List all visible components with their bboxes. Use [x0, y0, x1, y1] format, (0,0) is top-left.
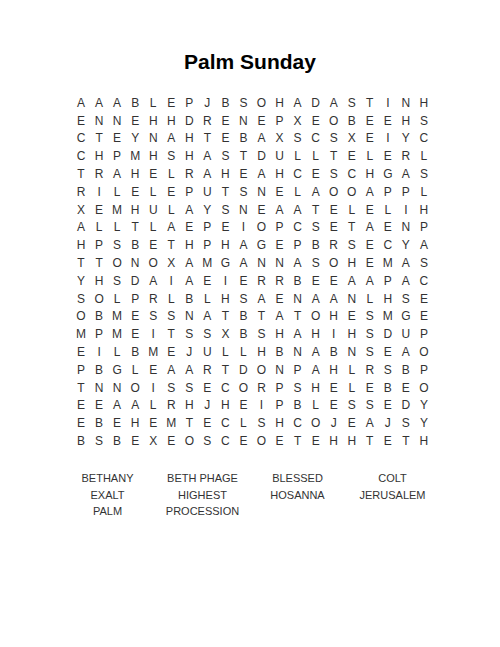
grid-cell-r2-c1[interactable]: E: [72, 112, 90, 130]
grid-cell-r8-c20[interactable]: P: [415, 219, 433, 237]
grid-cell-r14-c12[interactable]: H: [271, 325, 289, 343]
grid-cell-r14-c2[interactable]: P: [90, 325, 108, 343]
grid-cell-r4-c19[interactable]: R: [397, 147, 415, 165]
grid-cell-r12-c11[interactable]: A: [252, 290, 270, 308]
grid-cell-r3-c17[interactable]: E: [361, 130, 379, 148]
grid-cell-r19-c8[interactable]: E: [198, 414, 216, 432]
grid-cell-r4-c14[interactable]: L: [307, 147, 325, 165]
grid-cell-r7-c5[interactable]: U: [144, 201, 162, 219]
grid-cell-r7-c3[interactable]: M: [108, 201, 126, 219]
grid-cell-r6-c13[interactable]: L: [289, 183, 307, 201]
grid-cell-r12-c14[interactable]: A: [307, 290, 325, 308]
grid-cell-r8-c11[interactable]: O: [252, 219, 270, 237]
grid-cell-r19-c16[interactable]: E: [343, 414, 361, 432]
grid-cell-r8-c9[interactable]: E: [216, 219, 234, 237]
grid-cell-r19-c20[interactable]: Y: [415, 414, 433, 432]
grid-cell-r16-c16[interactable]: L: [343, 361, 361, 379]
grid-cell-r16-c14[interactable]: A: [307, 361, 325, 379]
grid-cell-r16-c5[interactable]: E: [144, 361, 162, 379]
grid-cell-r12-c8[interactable]: L: [198, 290, 216, 308]
grid-cell-r4-c15[interactable]: T: [325, 147, 343, 165]
grid-cell-r20-c7[interactable]: O: [180, 432, 198, 450]
grid-cell-r3-c18[interactable]: I: [379, 130, 397, 148]
grid-cell-r10-c14[interactable]: S: [307, 254, 325, 272]
grid-cell-r18-c7[interactable]: H: [180, 397, 198, 415]
grid-cell-r1-c3[interactable]: A: [108, 94, 126, 112]
grid-cell-r17-c5[interactable]: I: [144, 379, 162, 397]
grid-cell-r9-c14[interactable]: B: [307, 236, 325, 254]
grid-cell-r20-c16[interactable]: H: [343, 432, 361, 450]
grid-cell-r5-c16[interactable]: C: [343, 165, 361, 183]
grid-cell-r13-c19[interactable]: G: [397, 308, 415, 326]
grid-cell-r17-c7[interactable]: S: [180, 379, 198, 397]
grid-cell-r15-c3[interactable]: L: [108, 343, 126, 361]
grid-cell-r5-c15[interactable]: S: [325, 165, 343, 183]
grid-cell-r17-c8[interactable]: E: [198, 379, 216, 397]
grid-cell-r15-c1[interactable]: E: [72, 343, 90, 361]
grid-cell-r10-c9[interactable]: G: [216, 254, 234, 272]
grid-cell-r13-c11[interactable]: T: [252, 308, 270, 326]
grid-cell-r20-c18[interactable]: E: [379, 432, 397, 450]
grid-cell-r13-c9[interactable]: T: [216, 308, 234, 326]
grid-cell-r13-c14[interactable]: O: [307, 308, 325, 326]
grid-cell-r6-c12[interactable]: E: [271, 183, 289, 201]
grid-cell-r14-c4[interactable]: E: [126, 325, 144, 343]
grid-cell-r4-c11[interactable]: D: [252, 147, 270, 165]
grid-cell-r20-c2[interactable]: S: [90, 432, 108, 450]
grid-cell-r9-c12[interactable]: E: [271, 236, 289, 254]
grid-cell-r16-c7[interactable]: A: [180, 361, 198, 379]
grid-cell-r9-c9[interactable]: H: [216, 236, 234, 254]
grid-cell-r17-c18[interactable]: B: [379, 379, 397, 397]
grid-cell-r7-c20[interactable]: H: [415, 201, 433, 219]
grid-cell-r17-c10[interactable]: O: [234, 379, 252, 397]
grid-cell-r18-c19[interactable]: D: [397, 397, 415, 415]
grid-cell-r7-c19[interactable]: I: [397, 201, 415, 219]
grid-cell-r16-c1[interactable]: P: [72, 361, 90, 379]
grid-cell-r11-c4[interactable]: D: [126, 272, 144, 290]
grid-cell-r15-c8[interactable]: U: [198, 343, 216, 361]
grid-cell-r17-c6[interactable]: S: [162, 379, 180, 397]
grid-cell-r1-c2[interactable]: A: [90, 94, 108, 112]
grid-cell-r14-c20[interactable]: P: [415, 325, 433, 343]
grid-cell-r16-c4[interactable]: L: [126, 361, 144, 379]
grid-cell-r20-c13[interactable]: T: [289, 432, 307, 450]
grid-cell-r1-c4[interactable]: B: [126, 94, 144, 112]
grid-cell-r20-c20[interactable]: H: [415, 432, 433, 450]
grid-cell-r11-c20[interactable]: C: [415, 272, 433, 290]
grid-cell-r14-c16[interactable]: H: [343, 325, 361, 343]
grid-cell-r18-c9[interactable]: H: [216, 397, 234, 415]
grid-cell-r15-c14[interactable]: A: [307, 343, 325, 361]
grid-cell-r19-c14[interactable]: O: [307, 414, 325, 432]
grid-cell-r16-c12[interactable]: N: [271, 361, 289, 379]
grid-cell-r20-c15[interactable]: H: [325, 432, 343, 450]
grid-cell-r13-c15[interactable]: H: [325, 308, 343, 326]
grid-cell-r16-c6[interactable]: A: [162, 361, 180, 379]
grid-cell-r1-c20[interactable]: H: [415, 94, 433, 112]
grid-cell-r14-c1[interactable]: M: [72, 325, 90, 343]
grid-cell-r10-c17[interactable]: E: [361, 254, 379, 272]
grid-cell-r2-c2[interactable]: N: [90, 112, 108, 130]
grid-cell-r16-c9[interactable]: T: [216, 361, 234, 379]
grid-cell-r9-c20[interactable]: A: [415, 236, 433, 254]
grid-cell-r6-c11[interactable]: N: [252, 183, 270, 201]
grid-cell-r4-c8[interactable]: A: [198, 147, 216, 165]
grid-cell-r1-c13[interactable]: A: [289, 94, 307, 112]
grid-cell-r4-c18[interactable]: E: [379, 147, 397, 165]
grid-cell-r18-c20[interactable]: Y: [415, 397, 433, 415]
grid-cell-r16-c2[interactable]: B: [90, 361, 108, 379]
grid-cell-r4-c10[interactable]: T: [234, 147, 252, 165]
grid-cell-r13-c13[interactable]: T: [289, 308, 307, 326]
grid-cell-r3-c1[interactable]: C: [72, 130, 90, 148]
grid-cell-r3-c14[interactable]: C: [307, 130, 325, 148]
grid-cell-r5-c6[interactable]: L: [162, 165, 180, 183]
grid-cell-r12-c13[interactable]: N: [289, 290, 307, 308]
grid-cell-r1-c8[interactable]: J: [198, 94, 216, 112]
grid-cell-r19-c17[interactable]: A: [361, 414, 379, 432]
grid-cell-r8-c5[interactable]: L: [144, 219, 162, 237]
grid-cell-r10-c19[interactable]: A: [397, 254, 415, 272]
grid-cell-r11-c1[interactable]: Y: [72, 272, 90, 290]
grid-cell-r10-c6[interactable]: X: [162, 254, 180, 272]
grid-cell-r11-c9[interactable]: I: [216, 272, 234, 290]
grid-cell-r18-c14[interactable]: L: [307, 397, 325, 415]
grid-cell-r3-c11[interactable]: A: [252, 130, 270, 148]
grid-cell-r10-c4[interactable]: N: [126, 254, 144, 272]
grid-cell-r15-c12[interactable]: B: [271, 343, 289, 361]
grid-cell-r13-c3[interactable]: M: [108, 308, 126, 326]
grid-cell-r8-c10[interactable]: I: [234, 219, 252, 237]
grid-cell-r4-c3[interactable]: P: [108, 147, 126, 165]
grid-cell-r8-c6[interactable]: A: [162, 219, 180, 237]
grid-cell-r9-c10[interactable]: A: [234, 236, 252, 254]
grid-cell-r20-c8[interactable]: S: [198, 432, 216, 450]
grid-cell-r16-c3[interactable]: G: [108, 361, 126, 379]
grid-cell-r19-c15[interactable]: J: [325, 414, 343, 432]
grid-cell-r19-c13[interactable]: C: [289, 414, 307, 432]
grid-cell-r1-c5[interactable]: L: [144, 94, 162, 112]
grid-cell-r18-c5[interactable]: L: [144, 397, 162, 415]
grid-cell-r13-c18[interactable]: M: [379, 308, 397, 326]
grid-cell-r17-c4[interactable]: O: [126, 379, 144, 397]
grid-cell-r1-c1[interactable]: A: [72, 94, 90, 112]
grid-cell-r5-c18[interactable]: G: [379, 165, 397, 183]
grid-cell-r10-c3[interactable]: O: [108, 254, 126, 272]
grid-cell-r14-c13[interactable]: A: [289, 325, 307, 343]
grid-cell-r4-c2[interactable]: H: [90, 147, 108, 165]
grid-cell-r10-c7[interactable]: A: [180, 254, 198, 272]
grid-cell-r18-c10[interactable]: E: [234, 397, 252, 415]
grid-cell-r2-c15[interactable]: O: [325, 112, 343, 130]
grid-cell-r4-c13[interactable]: L: [289, 147, 307, 165]
grid-cell-r9-c13[interactable]: P: [289, 236, 307, 254]
grid-cell-r8-c3[interactable]: L: [108, 219, 126, 237]
grid-cell-r16-c13[interactable]: P: [289, 361, 307, 379]
grid-cell-r20-c19[interactable]: T: [397, 432, 415, 450]
grid-cell-r2-c11[interactable]: E: [252, 112, 270, 130]
grid-cell-r1-c15[interactable]: A: [325, 94, 343, 112]
grid-cell-r10-c20[interactable]: S: [415, 254, 433, 272]
grid-cell-r19-c1[interactable]: E: [72, 414, 90, 432]
grid-cell-r2-c4[interactable]: E: [126, 112, 144, 130]
grid-cell-r7-c9[interactable]: S: [216, 201, 234, 219]
grid-cell-r3-c20[interactable]: C: [415, 130, 433, 148]
grid-cell-r12-c16[interactable]: N: [343, 290, 361, 308]
grid-cell-r1-c19[interactable]: N: [397, 94, 415, 112]
grid-cell-r12-c6[interactable]: L: [162, 290, 180, 308]
grid-cell-r2-c19[interactable]: H: [397, 112, 415, 130]
grid-cell-r2-c18[interactable]: E: [379, 112, 397, 130]
grid-cell-r1-c9[interactable]: B: [216, 94, 234, 112]
grid-cell-r17-c19[interactable]: E: [397, 379, 415, 397]
grid-cell-r9-c1[interactable]: H: [72, 236, 90, 254]
grid-cell-r5-c10[interactable]: E: [234, 165, 252, 183]
grid-cell-r9-c5[interactable]: E: [144, 236, 162, 254]
grid-cell-r9-c4[interactable]: B: [126, 236, 144, 254]
grid-cell-r6-c2[interactable]: I: [90, 183, 108, 201]
grid-cell-r12-c4[interactable]: P: [126, 290, 144, 308]
grid-cell-r4-c12[interactable]: U: [271, 147, 289, 165]
grid-cell-r5-c5[interactable]: E: [144, 165, 162, 183]
grid-cell-r6-c20[interactable]: L: [415, 183, 433, 201]
grid-cell-r7-c7[interactable]: A: [180, 201, 198, 219]
grid-cell-r15-c11[interactable]: H: [252, 343, 270, 361]
grid-cell-r13-c8[interactable]: A: [198, 308, 216, 326]
grid-cell-r5-c14[interactable]: E: [307, 165, 325, 183]
grid-cell-r19-c2[interactable]: B: [90, 414, 108, 432]
grid-cell-r2-c6[interactable]: H: [162, 112, 180, 130]
grid-cell-r7-c8[interactable]: Y: [198, 201, 216, 219]
grid-cell-r2-c8[interactable]: R: [198, 112, 216, 130]
grid-cell-r5-c11[interactable]: A: [252, 165, 270, 183]
grid-cell-r16-c15[interactable]: H: [325, 361, 343, 379]
grid-cell-r1-c10[interactable]: S: [234, 94, 252, 112]
grid-cell-r3-c12[interactable]: X: [271, 130, 289, 148]
grid-cell-r1-c12[interactable]: H: [271, 94, 289, 112]
grid-cell-r17-c2[interactable]: N: [90, 379, 108, 397]
grid-cell-r4-c1[interactable]: C: [72, 147, 90, 165]
grid-cell-r20-c14[interactable]: E: [307, 432, 325, 450]
grid-cell-r8-c17[interactable]: A: [361, 219, 379, 237]
grid-cell-r18-c8[interactable]: J: [198, 397, 216, 415]
grid-cell-r20-c6[interactable]: E: [162, 432, 180, 450]
grid-cell-r19-c9[interactable]: C: [216, 414, 234, 432]
grid-cell-r7-c11[interactable]: E: [252, 201, 270, 219]
grid-cell-r8-c16[interactable]: T: [343, 219, 361, 237]
grid-cell-r11-c16[interactable]: A: [343, 272, 361, 290]
grid-cell-r7-c13[interactable]: A: [289, 201, 307, 219]
grid-cell-r18-c17[interactable]: S: [361, 397, 379, 415]
grid-cell-r18-c13[interactable]: B: [289, 397, 307, 415]
grid-cell-r6-c18[interactable]: P: [379, 183, 397, 201]
grid-cell-r11-c17[interactable]: A: [361, 272, 379, 290]
grid-cell-r19-c19[interactable]: S: [397, 414, 415, 432]
grid-cell-r13-c7[interactable]: N: [180, 308, 198, 326]
grid-cell-r5-c13[interactable]: C: [289, 165, 307, 183]
grid-cell-r2-c17[interactable]: E: [361, 112, 379, 130]
grid-cell-r14-c17[interactable]: S: [361, 325, 379, 343]
grid-cell-r15-c15[interactable]: B: [325, 343, 343, 361]
grid-cell-r9-c16[interactable]: S: [343, 236, 361, 254]
grid-cell-r15-c17[interactable]: S: [361, 343, 379, 361]
grid-cell-r14-c19[interactable]: U: [397, 325, 415, 343]
grid-cell-r14-c14[interactable]: H: [307, 325, 325, 343]
grid-cell-r7-c2[interactable]: E: [90, 201, 108, 219]
grid-cell-r3-c4[interactable]: Y: [126, 130, 144, 148]
grid-cell-r11-c8[interactable]: E: [198, 272, 216, 290]
grid-cell-r6-c14[interactable]: A: [307, 183, 325, 201]
grid-cell-r19-c7[interactable]: T: [180, 414, 198, 432]
grid-cell-r11-c18[interactable]: P: [379, 272, 397, 290]
grid-cell-r17-c13[interactable]: S: [289, 379, 307, 397]
grid-cell-r5-c19[interactable]: A: [397, 165, 415, 183]
grid-cell-r5-c9[interactable]: H: [216, 165, 234, 183]
grid-cell-r2-c5[interactable]: H: [144, 112, 162, 130]
grid-cell-r16-c8[interactable]: R: [198, 361, 216, 379]
grid-cell-r10-c11[interactable]: N: [252, 254, 270, 272]
grid-cell-r3-c16[interactable]: X: [343, 130, 361, 148]
grid-cell-r3-c13[interactable]: S: [289, 130, 307, 148]
grid-cell-r2-c13[interactable]: X: [289, 112, 307, 130]
grid-cell-r7-c12[interactable]: A: [271, 201, 289, 219]
grid-cell-r19-c18[interactable]: J: [379, 414, 397, 432]
grid-cell-r13-c20[interactable]: E: [415, 308, 433, 326]
grid-cell-r4-c5[interactable]: H: [144, 147, 162, 165]
grid-cell-r14-c5[interactable]: I: [144, 325, 162, 343]
grid-cell-r5-c1[interactable]: T: [72, 165, 90, 183]
grid-cell-r20-c3[interactable]: B: [108, 432, 126, 450]
grid-cell-r4-c16[interactable]: E: [343, 147, 361, 165]
grid-cell-r20-c12[interactable]: E: [271, 432, 289, 450]
grid-cell-r18-c16[interactable]: S: [343, 397, 361, 415]
grid-cell-r6-c8[interactable]: U: [198, 183, 216, 201]
grid-cell-r10-c13[interactable]: A: [289, 254, 307, 272]
grid-cell-r4-c4[interactable]: M: [126, 147, 144, 165]
grid-cell-r15-c6[interactable]: E: [162, 343, 180, 361]
grid-cell-r5-c17[interactable]: H: [361, 165, 379, 183]
grid-cell-r1-c14[interactable]: D: [307, 94, 325, 112]
grid-cell-r18-c6[interactable]: R: [162, 397, 180, 415]
grid-cell-r13-c10[interactable]: B: [234, 308, 252, 326]
grid-cell-r3-c19[interactable]: Y: [397, 130, 415, 148]
grid-cell-r19-c6[interactable]: M: [162, 414, 180, 432]
grid-cell-r9-c17[interactable]: E: [361, 236, 379, 254]
grid-cell-r20-c1[interactable]: B: [72, 432, 90, 450]
grid-cell-r15-c18[interactable]: E: [379, 343, 397, 361]
grid-cell-r17-c20[interactable]: O: [415, 379, 433, 397]
grid-cell-r18-c15[interactable]: E: [325, 397, 343, 415]
grid-cell-r17-c12[interactable]: P: [271, 379, 289, 397]
grid-cell-r20-c5[interactable]: X: [144, 432, 162, 450]
grid-cell-r3-c5[interactable]: N: [144, 130, 162, 148]
grid-cell-r5-c12[interactable]: H: [271, 165, 289, 183]
grid-cell-r6-c17[interactable]: A: [361, 183, 379, 201]
grid-cell-r6-c1[interactable]: R: [72, 183, 90, 201]
grid-cell-r3-c2[interactable]: T: [90, 130, 108, 148]
grid-cell-r17-c1[interactable]: T: [72, 379, 90, 397]
grid-cell-r2-c10[interactable]: N: [234, 112, 252, 130]
grid-cell-r3-c9[interactable]: E: [216, 130, 234, 148]
grid-cell-r12-c7[interactable]: B: [180, 290, 198, 308]
grid-cell-r9-c3[interactable]: S: [108, 236, 126, 254]
grid-cell-r6-c3[interactable]: L: [108, 183, 126, 201]
grid-cell-r3-c3[interactable]: E: [108, 130, 126, 148]
grid-cell-r6-c9[interactable]: T: [216, 183, 234, 201]
grid-cell-r4-c9[interactable]: S: [216, 147, 234, 165]
grid-cell-r2-c16[interactable]: B: [343, 112, 361, 130]
grid-cell-r3-c7[interactable]: H: [180, 130, 198, 148]
grid-cell-r9-c8[interactable]: P: [198, 236, 216, 254]
grid-cell-r10-c18[interactable]: M: [379, 254, 397, 272]
grid-cell-r3-c6[interactable]: A: [162, 130, 180, 148]
grid-cell-r12-c19[interactable]: S: [397, 290, 415, 308]
grid-cell-r14-c11[interactable]: S: [252, 325, 270, 343]
grid-cell-r12-c10[interactable]: S: [234, 290, 252, 308]
grid-cell-r15-c16[interactable]: N: [343, 343, 361, 361]
grid-cell-r5-c8[interactable]: A: [198, 165, 216, 183]
grid-cell-r6-c5[interactable]: L: [144, 183, 162, 201]
grid-cell-r2-c20[interactable]: S: [415, 112, 433, 130]
grid-cell-r18-c18[interactable]: E: [379, 397, 397, 415]
grid-cell-r9-c2[interactable]: P: [90, 236, 108, 254]
grid-cell-r8-c12[interactable]: P: [271, 219, 289, 237]
grid-cell-r7-c1[interactable]: X: [72, 201, 90, 219]
grid-cell-r5-c2[interactable]: R: [90, 165, 108, 183]
grid-cell-r13-c1[interactable]: O: [72, 308, 90, 326]
grid-cell-r17-c3[interactable]: N: [108, 379, 126, 397]
grid-cell-r11-c2[interactable]: H: [90, 272, 108, 290]
grid-cell-r20-c9[interactable]: C: [216, 432, 234, 450]
grid-cell-r10-c15[interactable]: O: [325, 254, 343, 272]
grid-cell-r7-c15[interactable]: E: [325, 201, 343, 219]
grid-cell-r13-c17[interactable]: S: [361, 308, 379, 326]
grid-cell-r7-c17[interactable]: E: [361, 201, 379, 219]
grid-cell-r4-c17[interactable]: L: [361, 147, 379, 165]
grid-cell-r11-c5[interactable]: A: [144, 272, 162, 290]
grid-cell-r8-c1[interactable]: A: [72, 219, 90, 237]
grid-cell-r17-c15[interactable]: E: [325, 379, 343, 397]
grid-cell-r19-c3[interactable]: E: [108, 414, 126, 432]
grid-cell-r11-c6[interactable]: I: [162, 272, 180, 290]
grid-cell-r14-c6[interactable]: T: [162, 325, 180, 343]
grid-cell-r15-c9[interactable]: L: [216, 343, 234, 361]
grid-cell-r7-c18[interactable]: L: [379, 201, 397, 219]
grid-cell-r19-c12[interactable]: H: [271, 414, 289, 432]
grid-cell-r12-c18[interactable]: H: [379, 290, 397, 308]
grid-cell-r13-c5[interactable]: S: [144, 308, 162, 326]
grid-cell-r2-c3[interactable]: N: [108, 112, 126, 130]
grid-cell-r7-c4[interactable]: H: [126, 201, 144, 219]
grid-cell-r16-c17[interactable]: R: [361, 361, 379, 379]
grid-cell-r8-c7[interactable]: E: [180, 219, 198, 237]
grid-cell-r8-c14[interactable]: S: [307, 219, 325, 237]
grid-cell-r6-c4[interactable]: E: [126, 183, 144, 201]
grid-cell-r9-c18[interactable]: C: [379, 236, 397, 254]
grid-cell-r14-c10[interactable]: B: [234, 325, 252, 343]
grid-cell-r11-c11[interactable]: R: [252, 272, 270, 290]
grid-cell-r9-c7[interactable]: H: [180, 236, 198, 254]
grid-cell-r9-c15[interactable]: R: [325, 236, 343, 254]
grid-cell-r18-c1[interactable]: E: [72, 397, 90, 415]
grid-cell-r8-c8[interactable]: P: [198, 219, 216, 237]
grid-cell-r8-c4[interactable]: T: [126, 219, 144, 237]
grid-cell-r8-c13[interactable]: C: [289, 219, 307, 237]
grid-cell-r7-c10[interactable]: N: [234, 201, 252, 219]
grid-cell-r4-c7[interactable]: H: [180, 147, 198, 165]
grid-cell-r2-c14[interactable]: E: [307, 112, 325, 130]
